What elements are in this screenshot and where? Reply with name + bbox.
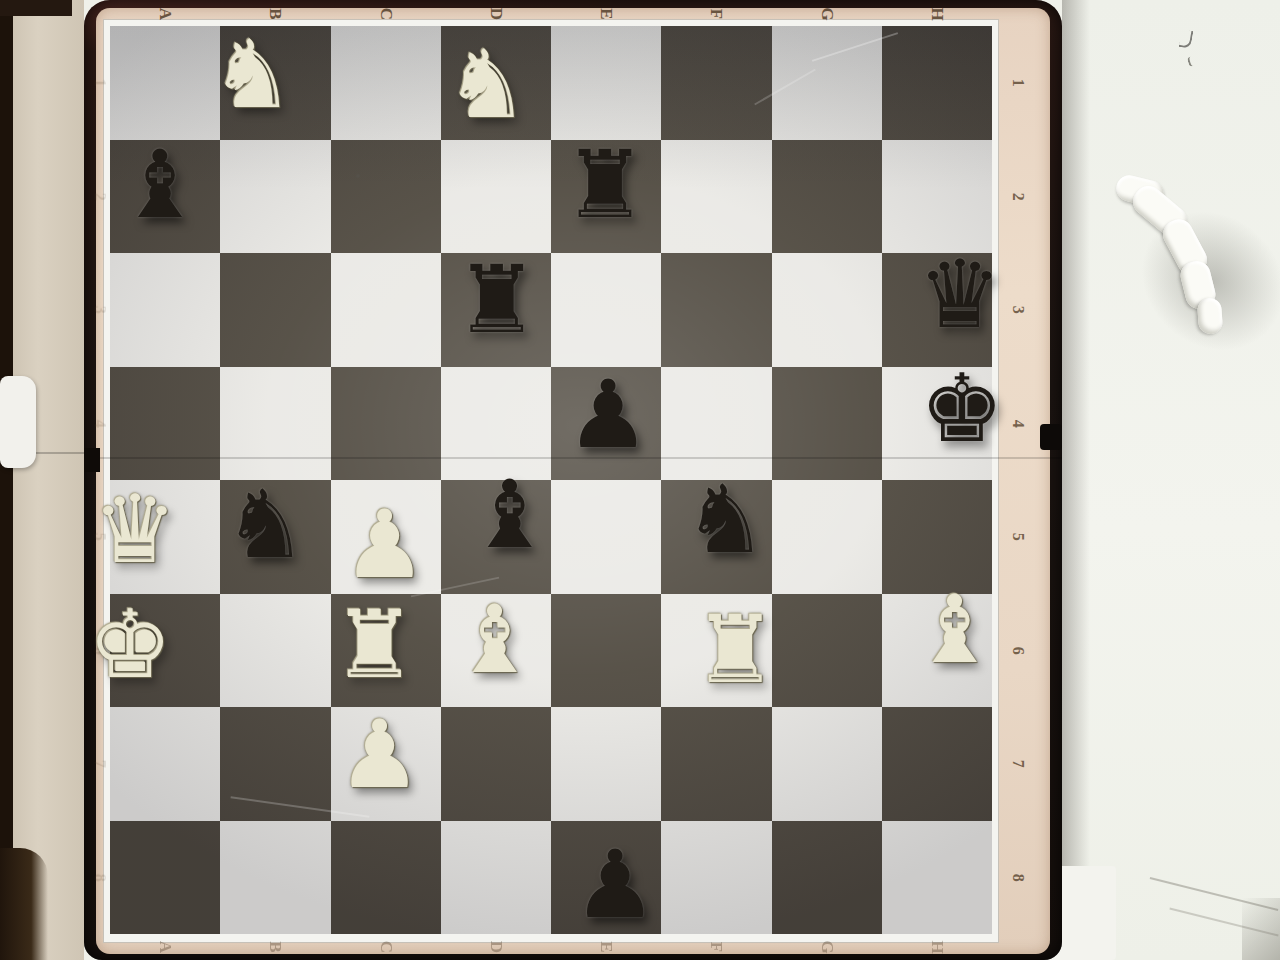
rank-label-left-1: 1 <box>43 73 157 93</box>
file-label-top-G: G <box>816 0 838 69</box>
black-pawn-e4[interactable]: ♟ <box>566 368 650 462</box>
file-label-bottom-D: D <box>485 892 507 960</box>
wood-edge-left <box>0 0 13 960</box>
square-c7[interactable]: ♟ <box>331 707 441 821</box>
rank-label-right-2: 2 <box>961 186 1075 206</box>
white-rook-c6[interactable]: ♜ <box>332 598 416 692</box>
square-e8[interactable]: ♟ <box>551 821 661 935</box>
file-label-top-A: A <box>154 0 176 69</box>
black-king-h4[interactable]: ♚ <box>920 362 1004 456</box>
white-rook-f6[interactable]: ♜ <box>693 603 777 697</box>
file-label-bottom-H: H <box>926 892 948 960</box>
rank-label-left-3: 3 <box>43 300 157 320</box>
black-pawn-e8[interactable]: ♟ <box>573 838 657 932</box>
black-bishop-a2[interactable]: ♝ <box>118 138 202 232</box>
square-b6[interactable] <box>220 594 330 708</box>
rank-label-left-4: 4 <box>43 413 157 433</box>
square-b4[interactable] <box>220 367 330 481</box>
square-b1[interactable]: ♞ <box>220 26 330 140</box>
square-c5[interactable]: ♟ <box>331 480 441 594</box>
white-knight-b1[interactable]: ♞ <box>210 28 294 122</box>
square-g5[interactable] <box>772 480 882 594</box>
white-bishop-h6[interactable]: ♝ <box>913 583 997 677</box>
file-label-top-C: C <box>375 0 397 69</box>
square-f5[interactable]: ♞ <box>661 480 771 594</box>
square-c3[interactable] <box>331 253 441 367</box>
black-rook-d3[interactable]: ♜ <box>455 253 539 347</box>
square-e5[interactable] <box>551 480 661 594</box>
board-cast-shadow <box>1062 0 1090 960</box>
table-corner-shade <box>1242 898 1280 960</box>
wood-corner-top-left <box>0 0 72 16</box>
square-b2[interactable] <box>220 140 330 254</box>
white-knight-d1[interactable]: ♞ <box>445 38 529 132</box>
square-e4[interactable]: ♟ <box>551 367 661 481</box>
square-d6[interactable]: ♝ <box>441 594 551 708</box>
black-rook-e2[interactable]: ♜ <box>563 138 647 232</box>
table-right-panel <box>1062 0 1280 960</box>
board-fold-seam <box>84 457 1062 459</box>
square-e2[interactable]: ♜ <box>551 140 661 254</box>
square-f7[interactable] <box>661 707 771 821</box>
square-g7[interactable] <box>772 707 882 821</box>
file-label-bottom-C: C <box>375 892 397 960</box>
rank-label-left-8: 8 <box>43 867 157 887</box>
square-g3[interactable] <box>772 253 882 367</box>
square-g2[interactable] <box>772 140 882 254</box>
rank-label-right-8: 8 <box>961 867 1075 887</box>
file-label-top-H: H <box>926 0 948 69</box>
square-g6[interactable] <box>772 594 882 708</box>
file-label-bottom-G: G <box>816 892 838 960</box>
black-queen-h3[interactable]: ♛ <box>918 248 1002 342</box>
square-f6[interactable]: ♜ <box>661 594 771 708</box>
square-h6[interactable]: ♝ <box>882 594 992 708</box>
chess-board-photo-scene: ♞♞♝♜♜♛♟♚♛♞♟♝♞♚♜♝♜♝♟♟ ABCDEFGH ABCDEFGH 1… <box>0 0 1280 960</box>
square-d2[interactable] <box>441 140 551 254</box>
square-a6[interactable]: ♚ <box>110 594 220 708</box>
white-pawn-c5[interactable]: ♟ <box>342 498 426 592</box>
square-e6[interactable] <box>551 594 661 708</box>
square-e3[interactable] <box>551 253 661 367</box>
black-knight-b5[interactable]: ♞ <box>223 478 307 572</box>
tissue-paper-left <box>0 376 36 468</box>
rank-label-right-5: 5 <box>961 527 1075 547</box>
square-b7[interactable] <box>220 707 330 821</box>
square-d7[interactable] <box>441 707 551 821</box>
board-frame: ♞♞♝♜♜♛♟♚♛♞♟♝♞♚♜♝♜♝♟♟ ABCDEFGH ABCDEFGH 1… <box>84 0 1062 960</box>
file-label-bottom-F: F <box>705 892 727 960</box>
wood-corner-bottom-left <box>0 848 48 960</box>
square-c4[interactable] <box>331 367 441 481</box>
white-pawn-c7[interactable]: ♟ <box>337 708 421 802</box>
square-f4[interactable] <box>661 367 771 481</box>
rank-label-right-1: 1 <box>961 73 1075 93</box>
square-h3[interactable]: ♛ <box>882 253 992 367</box>
chess-grid: ♞♞♝♜♜♛♟♚♛♞♟♝♞♚♜♝♜♝♟♟ <box>110 26 992 934</box>
square-a2[interactable]: ♝ <box>110 140 220 254</box>
square-b5[interactable]: ♞ <box>220 480 330 594</box>
square-c2[interactable] <box>331 140 441 254</box>
file-labels-bottom: ABCDEFGH <box>110 936 992 958</box>
file-label-top-F: F <box>705 0 727 69</box>
white-queen-a5[interactable]: ♛ <box>93 483 177 577</box>
rank-label-right-7: 7 <box>961 754 1075 774</box>
black-knight-f5[interactable]: ♞ <box>683 473 767 567</box>
crumpled-paper <box>1104 172 1274 362</box>
hinge-right <box>1040 424 1062 450</box>
square-c6[interactable]: ♜ <box>331 594 441 708</box>
white-king-a6[interactable]: ♚ <box>88 598 172 692</box>
square-f3[interactable] <box>661 253 771 367</box>
rank-labels-right: 12345678 <box>1008 26 1028 934</box>
hinge-left <box>84 448 100 472</box>
square-g4[interactable] <box>772 367 882 481</box>
file-label-bottom-A: A <box>154 892 176 960</box>
square-d5[interactable]: ♝ <box>441 480 551 594</box>
black-bishop-d5[interactable]: ♝ <box>468 468 552 562</box>
file-label-top-E: E <box>595 0 617 69</box>
square-h4[interactable]: ♚ <box>882 367 992 481</box>
file-label-bottom-B: B <box>264 892 286 960</box>
square-a5[interactable]: ♛ <box>110 480 220 594</box>
square-f2[interactable] <box>661 140 771 254</box>
white-bishop-d6[interactable]: ♝ <box>453 593 537 687</box>
square-d3[interactable]: ♜ <box>441 253 551 367</box>
square-b3[interactable] <box>220 253 330 367</box>
rank-label-left-7: 7 <box>43 754 157 774</box>
square-e7[interactable] <box>551 707 661 821</box>
square-d1[interactable]: ♞ <box>441 26 551 140</box>
